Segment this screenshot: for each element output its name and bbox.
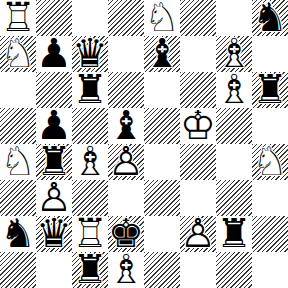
black-bishop-icon: ♝♝: [144, 36, 180, 72]
square-c4[interactable]: ♝♗: [72, 144, 108, 180]
square-e3[interactable]: [144, 180, 180, 216]
black-rook-icon: ♜♜: [72, 72, 108, 108]
square-g2[interactable]: ♜♜: [216, 216, 252, 252]
piece-glyph: ♜: [216, 216, 252, 252]
white-pawn-icon: ♟♙: [180, 216, 216, 252]
black-rook-icon: ♜♜: [216, 216, 252, 252]
black-queen-icon: ♛♛: [36, 216, 72, 252]
piece-glyph: ♘: [0, 36, 36, 72]
black-rook-icon: ♜♜: [72, 252, 108, 288]
piece-glyph: ♞: [252, 0, 288, 36]
piece-glyph: ♗: [108, 252, 144, 288]
square-f4[interactable]: [180, 144, 216, 180]
square-d8[interactable]: [108, 0, 144, 36]
piece-glyph: ♜: [72, 252, 108, 288]
square-e1[interactable]: [144, 252, 180, 288]
square-a7[interactable]: ♞♘: [0, 36, 36, 72]
white-king-icon: ♚♔: [180, 108, 216, 144]
chess-board: ♜♖♞♘♞♞♞♘♟♟♛♛♝♝♝♗♜♜♝♗♜♜♟♟♝♝♚♔♞♘♜♜♝♗♟♙♞♘♟♙…: [0, 0, 288, 288]
piece-glyph: ♗: [216, 72, 252, 108]
piece-glyph: ♟: [36, 36, 72, 72]
square-e7[interactable]: ♝♝: [144, 36, 180, 72]
square-a6[interactable]: [0, 72, 36, 108]
square-a4[interactable]: ♞♘: [0, 144, 36, 180]
piece-glyph: ♘: [252, 144, 288, 180]
piece-glyph: ♜: [252, 72, 288, 108]
piece-glyph: ♘: [0, 144, 36, 180]
square-e6[interactable]: [144, 72, 180, 108]
black-pawn-icon: ♟♟: [36, 36, 72, 72]
white-bishop-icon: ♝♗: [216, 72, 252, 108]
square-d1[interactable]: ♝♗: [108, 252, 144, 288]
white-knight-icon: ♞♘: [0, 36, 36, 72]
square-c1[interactable]: ♜♜: [72, 252, 108, 288]
square-d7[interactable]: [108, 36, 144, 72]
black-knight-icon: ♞♞: [0, 216, 36, 252]
square-h3[interactable]: [252, 180, 288, 216]
square-g4[interactable]: [216, 144, 252, 180]
square-a1[interactable]: [0, 252, 36, 288]
square-e5[interactable]: [144, 108, 180, 144]
square-a2[interactable]: ♞♞: [0, 216, 36, 252]
square-d4[interactable]: ♟♙: [108, 144, 144, 180]
square-h8[interactable]: ♞♞: [252, 0, 288, 36]
square-f8[interactable]: [180, 0, 216, 36]
square-h6[interactable]: ♜♜: [252, 72, 288, 108]
piece-glyph: ♔: [180, 108, 216, 144]
piece-glyph: ♝: [144, 36, 180, 72]
square-b1[interactable]: [36, 252, 72, 288]
black-knight-icon: ♞♞: [252, 0, 288, 36]
square-f5[interactable]: ♚♔: [180, 108, 216, 144]
white-bishop-icon: ♝♗: [72, 144, 108, 180]
square-h4[interactable]: ♞♘: [252, 144, 288, 180]
square-g1[interactable]: [216, 252, 252, 288]
piece-glyph: ♜: [72, 72, 108, 108]
square-f2[interactable]: ♟♙: [180, 216, 216, 252]
square-h2[interactable]: [252, 216, 288, 252]
square-b7[interactable]: ♟♟: [36, 36, 72, 72]
piece-glyph: ♙: [180, 216, 216, 252]
square-f1[interactable]: [180, 252, 216, 288]
black-rook-icon: ♜♜: [252, 72, 288, 108]
square-e4[interactable]: [144, 144, 180, 180]
piece-glyph: ♛: [36, 216, 72, 252]
square-c6[interactable]: ♜♜: [72, 72, 108, 108]
square-b2[interactable]: ♛♛: [36, 216, 72, 252]
white-pawn-icon: ♟♙: [108, 144, 144, 180]
square-g5[interactable]: [216, 108, 252, 144]
piece-glyph: ♙: [108, 144, 144, 180]
square-f7[interactable]: [180, 36, 216, 72]
square-g6[interactable]: ♝♗: [216, 72, 252, 108]
white-bishop-icon: ♝♗: [108, 252, 144, 288]
white-knight-icon: ♞♘: [252, 144, 288, 180]
piece-glyph: ♞: [0, 216, 36, 252]
white-knight-icon: ♞♘: [0, 144, 36, 180]
square-h1[interactable]: [252, 252, 288, 288]
square-e2[interactable]: [144, 216, 180, 252]
piece-glyph: ♗: [72, 144, 108, 180]
